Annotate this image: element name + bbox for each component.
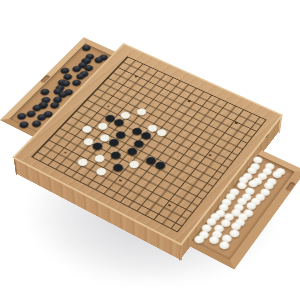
star-point (101, 101, 117, 113)
stone-black: ● (152, 159, 168, 172)
tray-stone-black (39, 87, 51, 96)
stone-white: ● (95, 120, 111, 132)
stone-white: ● (79, 123, 95, 135)
stone-white: ● (94, 165, 111, 178)
stone-black: ● (108, 148, 124, 161)
star-point (231, 119, 242, 127)
stone-black: ● (124, 145, 140, 158)
stone-black: ● (131, 137, 147, 149)
drawer-handle-notch (40, 74, 51, 83)
stone-white: ● (75, 155, 91, 168)
stone-black: ● (113, 128, 129, 140)
drawer-handle-notch (285, 181, 295, 191)
star-point (183, 97, 196, 105)
product-photo: ●●●●●●●●●●●●●●●●●●●●●●●●● (0, 0, 300, 300)
stone-white: ● (92, 152, 108, 165)
star-point (203, 149, 217, 160)
tray-stone-black (80, 44, 92, 52)
stone-white: ● (134, 106, 150, 118)
tray-stone-black (18, 120, 30, 129)
star-point (130, 73, 142, 81)
tray-stone-black (71, 78, 83, 86)
stone-white: ● (127, 158, 143, 171)
star-point (162, 199, 176, 211)
star-point (112, 174, 129, 187)
stone-black: ● (143, 154, 159, 167)
stone-white: ● (97, 132, 113, 144)
